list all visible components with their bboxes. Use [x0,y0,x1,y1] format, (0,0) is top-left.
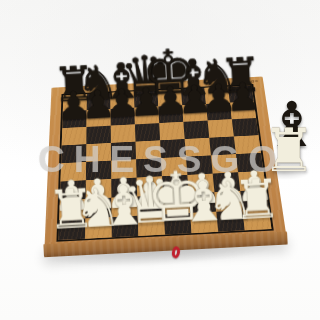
square-a5[interactable] [61,144,86,163]
square-g6[interactable] [208,119,234,137]
ribbon-pull [171,246,181,259]
square-h5[interactable] [234,135,261,154]
square-h6[interactable] [232,118,259,136]
square-e6[interactable] [159,122,184,140]
chess-set-photo: ♜♞♝♛♚♝♞♜♟♟♟♟♟♟♟♟♟♟♟♟♟♟♟♟♜♞♝♛♚♝♞♜ chessgo… [0,0,320,320]
square-c6[interactable] [111,124,136,142]
square-e5[interactable] [160,139,186,158]
square-f6[interactable] [183,121,209,139]
chess-board-group: ♜♞♝♛♚♝♞♜♟♟♟♟♟♟♟♟♟♟♟♟♟♟♟♟♜♞♝♛♚♝♞♜ chessgo… [42,39,280,277]
square-c5[interactable] [111,142,136,161]
square-f5[interactable] [185,138,211,157]
square-a6[interactable] [62,127,87,146]
square-g5[interactable] [209,136,236,155]
chess-board: ♜♞♝♛♚♝♞♜♟♟♟♟♟♟♟♟♟♟♟♟♟♟♟♟♜♞♝♛♚♝♞♜ chessgo… [44,77,287,252]
black-pawn-piece[interactable]: ♟ [224,76,261,116]
white-rook-offboard-piece[interactable]: ♜ [262,120,316,180]
square-d6[interactable] [135,123,160,141]
square-b6[interactable] [86,126,111,144]
square-b5[interactable] [86,143,111,162]
square-h7[interactable]: ♟ [230,101,256,119]
square-d5[interactable] [135,140,161,159]
board-grid: ♜♞♝♛♚♝♞♜♟♟♟♟♟♟♟♟♟♟♟♟♟♟♟♟♜♞♝♛♚♝♞♜ [56,84,273,242]
square-h1[interactable]: ♜ [242,209,271,230]
